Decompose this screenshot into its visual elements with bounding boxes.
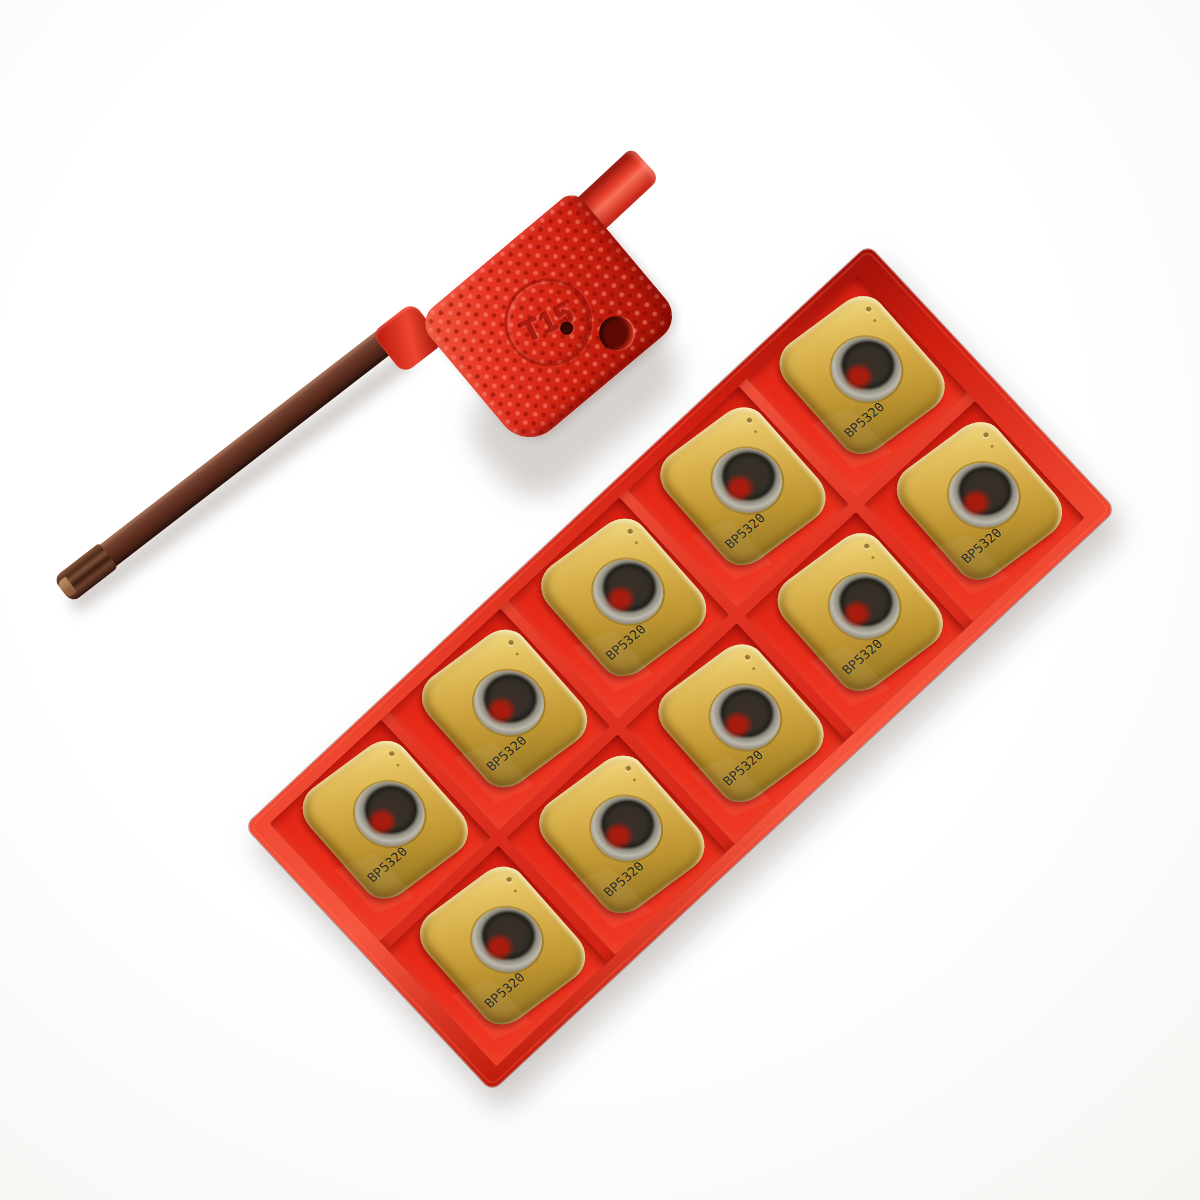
insert-hole	[340, 769, 438, 859]
milling-insert: BP5320	[767, 287, 957, 463]
insert-hole	[457, 894, 555, 984]
insert-marking: BP5320	[359, 840, 416, 890]
insert-marking: BP5320	[598, 618, 655, 668]
insert-marking: BP5320	[834, 632, 891, 682]
insert-hole	[817, 324, 915, 414]
insert-hole	[577, 783, 675, 873]
insert-marking: BP5320	[476, 965, 533, 1015]
handle-hang-hole	[592, 309, 640, 357]
insert-hole	[460, 658, 558, 748]
insert-marking: BP5320	[715, 743, 772, 793]
t15-emboss-badge: T15	[489, 264, 607, 382]
insert-hole	[698, 435, 796, 525]
insert-hole	[815, 561, 913, 651]
product-photo-scene: BP5320 BP5320 BP5320 BP5320	[0, 0, 1200, 1200]
insert-marking: BP5320	[836, 395, 893, 445]
wrench-shaft	[56, 310, 421, 600]
shaft-drop-shadow	[67, 348, 419, 615]
insert-marking: BP5320	[953, 521, 1010, 571]
insert-hole	[579, 547, 677, 637]
insert-marking: BP5320	[717, 506, 774, 556]
insert-hole	[696, 672, 794, 762]
insert-hole	[934, 450, 1032, 540]
insert-marking: BP5320	[478, 729, 535, 779]
insert-marking: BP5320	[595, 854, 652, 904]
